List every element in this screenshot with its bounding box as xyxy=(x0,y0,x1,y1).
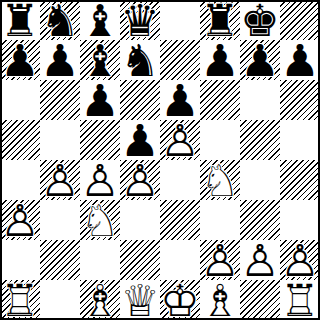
piece-glyph: ♝ xyxy=(80,0,120,40)
square-a5[interactable] xyxy=(0,120,40,160)
piece-glyph: ♘ xyxy=(200,160,240,200)
square-e5[interactable]: ♟♙ xyxy=(160,120,200,160)
square-b4[interactable]: ♟♙ xyxy=(40,160,80,200)
square-g3[interactable] xyxy=(240,200,280,240)
square-g6[interactable] xyxy=(240,80,280,120)
piece-glyph: ♖ xyxy=(280,280,320,320)
square-h4[interactable] xyxy=(280,160,320,200)
square-a3[interactable]: ♟♙ xyxy=(0,200,40,240)
square-e2[interactable] xyxy=(160,240,200,280)
square-d6[interactable] xyxy=(120,80,160,120)
square-c5[interactable] xyxy=(80,120,120,160)
square-d2[interactable] xyxy=(120,240,160,280)
square-d5[interactable]: ♟♟ xyxy=(120,120,160,160)
black-rook[interactable]: ♜♜ xyxy=(200,0,240,40)
black-knight[interactable]: ♞♞ xyxy=(120,40,160,80)
square-e8[interactable] xyxy=(160,0,200,40)
piece-glyph: ♟ xyxy=(200,40,240,80)
black-bishop[interactable]: ♝♝ xyxy=(80,40,120,80)
piece-glyph: ♟ xyxy=(280,40,320,80)
piece-glyph: ♙ xyxy=(160,120,200,160)
square-f2[interactable]: ♟♙ xyxy=(200,240,240,280)
piece-glyph: ♙ xyxy=(40,160,80,200)
square-f8[interactable]: ♜♜ xyxy=(200,0,240,40)
piece-glyph: ♞ xyxy=(40,0,80,40)
square-b6[interactable] xyxy=(40,80,80,120)
piece-glyph: ♖ xyxy=(0,280,40,320)
white-pawn[interactable]: ♟♙ xyxy=(120,160,160,200)
square-e4[interactable] xyxy=(160,160,200,200)
piece-glyph: ♙ xyxy=(280,240,320,280)
white-rook[interactable]: ♜♖ xyxy=(0,280,40,320)
square-g5[interactable] xyxy=(240,120,280,160)
white-pawn[interactable]: ♟♙ xyxy=(160,120,200,160)
square-c1[interactable]: ♝♗ xyxy=(80,280,120,320)
square-h7[interactable]: ♟♟ xyxy=(280,40,320,80)
piece-glyph: ♜ xyxy=(200,0,240,40)
square-b5[interactable] xyxy=(40,120,80,160)
piece-glyph: ♟ xyxy=(40,40,80,80)
square-b3[interactable] xyxy=(40,200,80,240)
square-a8[interactable]: ♜♜ xyxy=(0,0,40,40)
square-d1[interactable]: ♛♕ xyxy=(120,280,160,320)
square-d7[interactable]: ♞♞ xyxy=(120,40,160,80)
square-b8[interactable]: ♞♞ xyxy=(40,0,80,40)
white-queen[interactable]: ♛♕ xyxy=(120,280,160,320)
piece-glyph: ♟ xyxy=(0,40,40,80)
piece-glyph: ♙ xyxy=(240,240,280,280)
square-h1[interactable]: ♜♖ xyxy=(280,280,320,320)
square-h5[interactable] xyxy=(280,120,320,160)
white-rook[interactable]: ♜♖ xyxy=(280,280,320,320)
square-e1[interactable]: ♚♔ xyxy=(160,280,200,320)
piece-glyph: ♙ xyxy=(0,200,40,240)
piece-glyph: ♙ xyxy=(80,160,120,200)
piece-glyph: ♟ xyxy=(240,40,280,80)
chess-board: ♜♜♞♞♝♝♛♛♜♜♚♚♟♟♟♟♝♝♞♞♟♟♟♟♟♟♟♟♟♟♟♟♟♙♟♙♟♙♟♙… xyxy=(0,0,320,320)
piece-glyph: ♕ xyxy=(120,280,160,320)
piece-glyph: ♘ xyxy=(80,200,120,240)
square-e3[interactable] xyxy=(160,200,200,240)
square-d8[interactable]: ♛♛ xyxy=(120,0,160,40)
square-c4[interactable]: ♟♙ xyxy=(80,160,120,200)
white-pawn[interactable]: ♟♙ xyxy=(80,160,120,200)
piece-glyph: ♛ xyxy=(120,0,160,40)
piece-glyph: ♜ xyxy=(0,0,40,40)
black-pawn[interactable]: ♟♟ xyxy=(40,40,80,80)
square-f3[interactable] xyxy=(200,200,240,240)
square-d3[interactable] xyxy=(120,200,160,240)
piece-glyph: ♝ xyxy=(80,40,120,80)
square-g1[interactable] xyxy=(240,280,280,320)
black-pawn[interactable]: ♟♟ xyxy=(0,40,40,80)
square-g8[interactable]: ♚♚ xyxy=(240,0,280,40)
square-f5[interactable] xyxy=(200,120,240,160)
piece-glyph: ♔ xyxy=(160,280,200,320)
square-c3[interactable]: ♞♘ xyxy=(80,200,120,240)
square-f4[interactable]: ♞♘ xyxy=(200,160,240,200)
square-b1[interactable] xyxy=(40,280,80,320)
square-e7[interactable] xyxy=(160,40,200,80)
piece-glyph: ♟ xyxy=(80,80,120,120)
square-e6[interactable]: ♟♟ xyxy=(160,80,200,120)
black-pawn[interactable]: ♟♟ xyxy=(80,80,120,120)
black-pawn[interactable]: ♟♟ xyxy=(240,40,280,80)
piece-glyph: ♞ xyxy=(120,40,160,80)
square-a4[interactable] xyxy=(0,160,40,200)
square-d4[interactable]: ♟♙ xyxy=(120,160,160,200)
black-pawn[interactable]: ♟♟ xyxy=(160,80,200,120)
square-b2[interactable] xyxy=(40,240,80,280)
piece-glyph: ♙ xyxy=(200,240,240,280)
square-f1[interactable]: ♝♗ xyxy=(200,280,240,320)
square-h3[interactable] xyxy=(280,200,320,240)
square-a6[interactable] xyxy=(0,80,40,120)
white-bishop[interactable]: ♝♗ xyxy=(80,280,120,320)
white-pawn[interactable]: ♟♙ xyxy=(40,160,80,200)
black-knight[interactable]: ♞♞ xyxy=(40,0,80,40)
piece-glyph: ♙ xyxy=(120,160,160,200)
piece-glyph: ♟ xyxy=(160,80,200,120)
black-bishop[interactable]: ♝♝ xyxy=(80,0,120,40)
piece-glyph: ♟ xyxy=(120,120,160,160)
white-pawn[interactable]: ♟♙ xyxy=(240,240,280,280)
piece-glyph: ♚ xyxy=(240,0,280,40)
square-g4[interactable] xyxy=(240,160,280,200)
square-g2[interactable]: ♟♙ xyxy=(240,240,280,280)
square-a7[interactable]: ♟♟ xyxy=(0,40,40,80)
black-pawn[interactable]: ♟♟ xyxy=(120,120,160,160)
square-h8[interactable] xyxy=(280,0,320,40)
white-king[interactable]: ♚♔ xyxy=(160,280,200,320)
square-a2[interactable] xyxy=(0,240,40,280)
square-f6[interactable] xyxy=(200,80,240,120)
black-queen[interactable]: ♛♛ xyxy=(120,0,160,40)
square-h2[interactable]: ♟♙ xyxy=(280,240,320,280)
white-pawn[interactable]: ♟♙ xyxy=(0,200,40,240)
white-knight[interactable]: ♞♘ xyxy=(80,200,120,240)
square-c6[interactable]: ♟♟ xyxy=(80,80,120,120)
square-h6[interactable] xyxy=(280,80,320,120)
square-c8[interactable]: ♝♝ xyxy=(80,0,120,40)
white-knight[interactable]: ♞♘ xyxy=(200,160,240,200)
square-b7[interactable]: ♟♟ xyxy=(40,40,80,80)
square-c7[interactable]: ♝♝ xyxy=(80,40,120,80)
piece-glyph: ♗ xyxy=(200,280,240,320)
square-a1[interactable]: ♜♖ xyxy=(0,280,40,320)
black-king[interactable]: ♚♚ xyxy=(240,0,280,40)
piece-glyph: ♗ xyxy=(80,280,120,320)
black-pawn[interactable]: ♟♟ xyxy=(200,40,240,80)
black-pawn[interactable]: ♟♟ xyxy=(280,40,320,80)
black-rook[interactable]: ♜♜ xyxy=(0,0,40,40)
white-pawn[interactable]: ♟♙ xyxy=(200,240,240,280)
square-g7[interactable]: ♟♟ xyxy=(240,40,280,80)
white-bishop[interactable]: ♝♗ xyxy=(200,280,240,320)
square-c2[interactable] xyxy=(80,240,120,280)
square-f7[interactable]: ♟♟ xyxy=(200,40,240,80)
white-pawn[interactable]: ♟♙ xyxy=(280,240,320,280)
